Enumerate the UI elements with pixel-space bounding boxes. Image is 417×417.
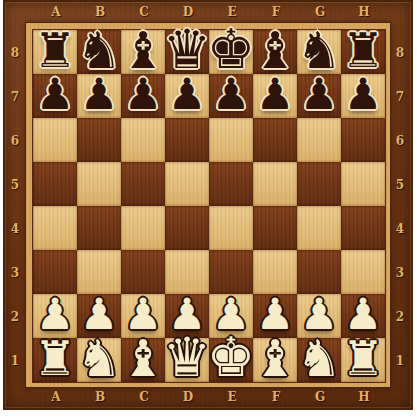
square-d3[interactable] <box>165 250 209 294</box>
square-b8[interactable]: ♞ <box>77 30 121 74</box>
rank-label-7: 7 <box>5 75 25 119</box>
square-c1[interactable]: ♝ <box>121 338 165 382</box>
square-c3[interactable] <box>121 250 165 294</box>
rank-label-1: 1 <box>389 339 411 383</box>
file-label-d: D <box>166 386 210 408</box>
square-c7[interactable]: ♟ <box>121 74 165 118</box>
piece-white-queen-d1[interactable]: ♛ <box>163 331 211 385</box>
file-label-d: D <box>166 2 210 22</box>
piece-black-pawn-g7[interactable]: ♟ <box>300 73 339 116</box>
square-b1[interactable]: ♞ <box>77 338 121 382</box>
square-e8[interactable]: ♚ <box>209 30 253 74</box>
square-f7[interactable]: ♟ <box>253 74 297 118</box>
square-a6[interactable] <box>33 118 77 162</box>
square-g6[interactable] <box>297 118 341 162</box>
square-d8[interactable]: ♛ <box>165 30 209 74</box>
square-g4[interactable] <box>297 206 341 250</box>
piece-white-knight-g1[interactable]: ♞ <box>296 333 342 384</box>
board-inner-border: ♜♞♝♛♚♝♞♜♟♟♟♟♟♟♟♟♟♟♟♟♟♟♟♟♜♞♝♛♚♝♞♜ <box>25 22 391 388</box>
square-d7[interactable]: ♟ <box>165 74 209 118</box>
piece-white-king-e1[interactable]: ♚ <box>207 331 255 385</box>
rank-label-3: 3 <box>389 251 411 295</box>
square-c5[interactable] <box>121 162 165 206</box>
square-d6[interactable] <box>165 118 209 162</box>
file-label-g: G <box>298 2 342 22</box>
square-e1[interactable]: ♚ <box>209 338 253 382</box>
square-a7[interactable]: ♟ <box>33 74 77 118</box>
piece-white-bishop-f1[interactable]: ♝ <box>252 333 298 384</box>
rank-label-8: 8 <box>5 31 25 75</box>
rank-label-6: 6 <box>389 119 411 163</box>
rank-label-4: 4 <box>389 207 411 251</box>
square-d4[interactable] <box>165 206 209 250</box>
rank-labels-right: 87654321 <box>389 31 411 383</box>
rank-label-8: 8 <box>389 31 411 75</box>
file-label-e: E <box>210 2 254 22</box>
file-label-h: H <box>342 2 386 22</box>
piece-black-pawn-e7[interactable]: ♟ <box>212 73 251 116</box>
square-b6[interactable] <box>77 118 121 162</box>
square-h3[interactable] <box>341 250 385 294</box>
square-e5[interactable] <box>209 162 253 206</box>
chess-app-canvas: ABCDEFGH ABCDEFGH 87654321 87654321 ♜♞♝♛… <box>0 0 417 417</box>
square-f8[interactable]: ♝ <box>253 30 297 74</box>
square-a8[interactable]: ♜ <box>33 30 77 74</box>
rank-label-7: 7 <box>389 75 411 119</box>
rank-label-2: 2 <box>5 295 25 339</box>
square-d1[interactable]: ♛ <box>165 338 209 382</box>
file-label-h: H <box>342 386 386 408</box>
square-g1[interactable]: ♞ <box>297 338 341 382</box>
piece-black-pawn-a7[interactable]: ♟ <box>36 73 75 116</box>
piece-black-pawn-d7[interactable]: ♟ <box>168 73 207 116</box>
piece-white-rook-h1[interactable]: ♜ <box>341 334 384 382</box>
rank-label-5: 5 <box>5 163 25 207</box>
square-h4[interactable] <box>341 206 385 250</box>
chess-board-frame: ABCDEFGH ABCDEFGH 87654321 87654321 ♜♞♝♛… <box>3 0 413 410</box>
square-g8[interactable]: ♞ <box>297 30 341 74</box>
board-grid: ♜♞♝♛♚♝♞♜♟♟♟♟♟♟♟♟♟♟♟♟♟♟♟♟♜♞♝♛♚♝♞♜ <box>32 29 386 383</box>
square-b7[interactable]: ♟ <box>77 74 121 118</box>
rank-label-6: 6 <box>5 119 25 163</box>
piece-black-pawn-c7[interactable]: ♟ <box>124 73 163 116</box>
file-label-b: B <box>78 2 122 22</box>
file-label-f: F <box>254 386 298 408</box>
square-h5[interactable] <box>341 162 385 206</box>
square-h8[interactable]: ♜ <box>341 30 385 74</box>
square-a1[interactable]: ♜ <box>33 338 77 382</box>
file-label-a: A <box>34 386 78 408</box>
square-c8[interactable]: ♝ <box>121 30 165 74</box>
square-f6[interactable] <box>253 118 297 162</box>
square-e3[interactable] <box>209 250 253 294</box>
file-label-b: B <box>78 386 122 408</box>
square-f3[interactable] <box>253 250 297 294</box>
piece-black-rook-a8[interactable]: ♜ <box>33 26 76 74</box>
square-g7[interactable]: ♟ <box>297 74 341 118</box>
square-c4[interactable] <box>121 206 165 250</box>
square-a3[interactable] <box>33 250 77 294</box>
piece-white-rook-a1[interactable]: ♜ <box>33 334 76 382</box>
file-labels-top: ABCDEFGH <box>34 2 386 22</box>
square-e4[interactable] <box>209 206 253 250</box>
square-h1[interactable]: ♜ <box>341 338 385 382</box>
square-h6[interactable] <box>341 118 385 162</box>
rank-label-4: 4 <box>5 207 25 251</box>
square-f5[interactable] <box>253 162 297 206</box>
square-a5[interactable] <box>33 162 77 206</box>
piece-white-knight-b1[interactable]: ♞ <box>76 333 122 384</box>
piece-black-pawn-h7[interactable]: ♟ <box>344 73 383 116</box>
square-a4[interactable] <box>33 206 77 250</box>
rank-label-2: 2 <box>389 295 411 339</box>
file-labels-bottom: ABCDEFGH <box>34 386 386 408</box>
square-d5[interactable] <box>165 162 209 206</box>
square-g5[interactable] <box>297 162 341 206</box>
square-b5[interactable] <box>77 162 121 206</box>
square-h7[interactable]: ♟ <box>341 74 385 118</box>
square-g3[interactable] <box>297 250 341 294</box>
square-b4[interactable] <box>77 206 121 250</box>
file-label-a: A <box>34 2 78 22</box>
rank-labels-left: 87654321 <box>5 31 25 383</box>
piece-black-pawn-f7[interactable]: ♟ <box>256 73 295 116</box>
piece-black-pawn-b7[interactable]: ♟ <box>80 73 119 116</box>
square-e6[interactable] <box>209 118 253 162</box>
square-c6[interactable] <box>121 118 165 162</box>
rank-label-5: 5 <box>389 163 411 207</box>
file-label-e: E <box>210 386 254 408</box>
square-b3[interactable] <box>77 250 121 294</box>
piece-white-bishop-c1[interactable]: ♝ <box>120 333 166 384</box>
rank-label-3: 3 <box>5 251 25 295</box>
square-f4[interactable] <box>253 206 297 250</box>
file-label-g: G <box>298 386 342 408</box>
file-label-c: C <box>122 386 166 408</box>
rank-label-1: 1 <box>5 339 25 383</box>
file-label-f: F <box>254 2 298 22</box>
file-label-c: C <box>122 2 166 22</box>
square-e7[interactable]: ♟ <box>209 74 253 118</box>
piece-black-rook-h8[interactable]: ♜ <box>341 26 384 74</box>
square-f1[interactable]: ♝ <box>253 338 297 382</box>
